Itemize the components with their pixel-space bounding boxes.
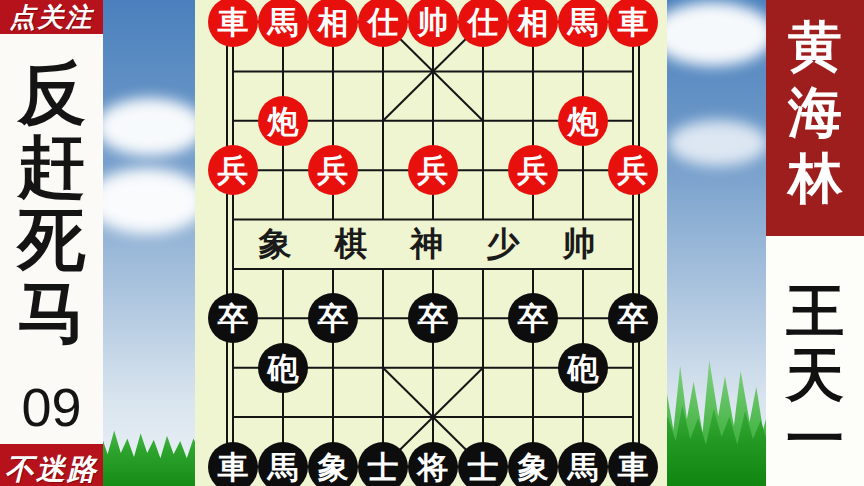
red-piece-兵[interactable]: 兵	[608, 145, 658, 195]
black-piece-将[interactable]: 将	[408, 442, 458, 486]
black-piece-車[interactable]: 車	[608, 442, 658, 486]
episode-number: 09	[0, 376, 103, 438]
dont-get-lost-banner: 不迷路	[0, 444, 103, 486]
black-piece-砲[interactable]: 砲	[258, 343, 308, 393]
red-piece-炮[interactable]: 炮	[558, 96, 608, 146]
black-piece-卒[interactable]: 卒	[608, 293, 658, 343]
red-piece-兵[interactable]: 兵	[508, 145, 558, 195]
video-thumbnail: 点关注 反赶死马 09 不迷路 象棋神少帅 車馬相仕帅仕相馬車炮炮兵兵兵兵兵卒卒…	[0, 0, 864, 486]
black-piece-砲[interactable]: 砲	[558, 343, 608, 393]
black-piece-卒[interactable]: 卒	[508, 293, 558, 343]
river-watermark: 象棋神少帅	[237, 221, 617, 267]
char: 林	[788, 146, 842, 212]
follow-label: 点关注	[10, 0, 94, 35]
char: 帅	[563, 222, 596, 267]
char: 反	[18, 58, 86, 131]
red-piece-兵[interactable]: 兵	[308, 145, 358, 195]
grass-left	[90, 420, 200, 486]
black-piece-卒[interactable]: 卒	[308, 293, 358, 343]
xiangqi-board: 象棋神少帅 車馬相仕帅仕相馬車炮炮兵兵兵兵兵卒卒卒卒卒砲砲車馬象士将士象馬車	[195, 0, 667, 486]
black-piece-象[interactable]: 象	[508, 442, 558, 486]
char: 天	[786, 344, 844, 408]
left-banner: 点关注 反赶死马 09 不迷路	[0, 0, 103, 486]
char: 马	[18, 277, 86, 350]
episode-title: 反赶死马	[0, 58, 103, 350]
red-piece-兵[interactable]: 兵	[408, 145, 458, 195]
cloud	[652, 2, 774, 66]
red-piece-炮[interactable]: 炮	[258, 96, 308, 146]
black-piece-卒[interactable]: 卒	[408, 293, 458, 343]
cloud	[668, 120, 768, 166]
black-piece-馬[interactable]: 馬	[258, 442, 308, 486]
black-piece-象[interactable]: 象	[308, 442, 358, 486]
char: 海	[788, 80, 842, 146]
red-player-panel: 黄海林	[766, 0, 864, 236]
red-piece-兵[interactable]: 兵	[208, 145, 258, 195]
black-player-panel: 王天一	[766, 236, 864, 486]
char: 神	[411, 222, 444, 267]
char: 赶	[18, 131, 86, 204]
black-piece-士[interactable]: 士	[358, 442, 408, 486]
black-piece-士[interactable]: 士	[458, 442, 508, 486]
char: 棋	[335, 222, 368, 267]
right-banner: 黄海林 王天一	[766, 0, 864, 486]
char: 黄	[788, 14, 842, 80]
char: 一	[786, 408, 844, 472]
dont-get-lost-label: 不迷路	[5, 450, 98, 486]
char: 死	[18, 204, 86, 277]
char: 王	[786, 280, 844, 344]
cloud	[88, 168, 206, 234]
cloud	[96, 98, 204, 156]
char: 少	[487, 222, 520, 267]
black-piece-車[interactable]: 車	[208, 442, 258, 486]
black-piece-卒[interactable]: 卒	[208, 293, 258, 343]
char: 象	[259, 222, 292, 267]
black-piece-馬[interactable]: 馬	[558, 442, 608, 486]
follow-banner: 点关注	[0, 0, 103, 34]
